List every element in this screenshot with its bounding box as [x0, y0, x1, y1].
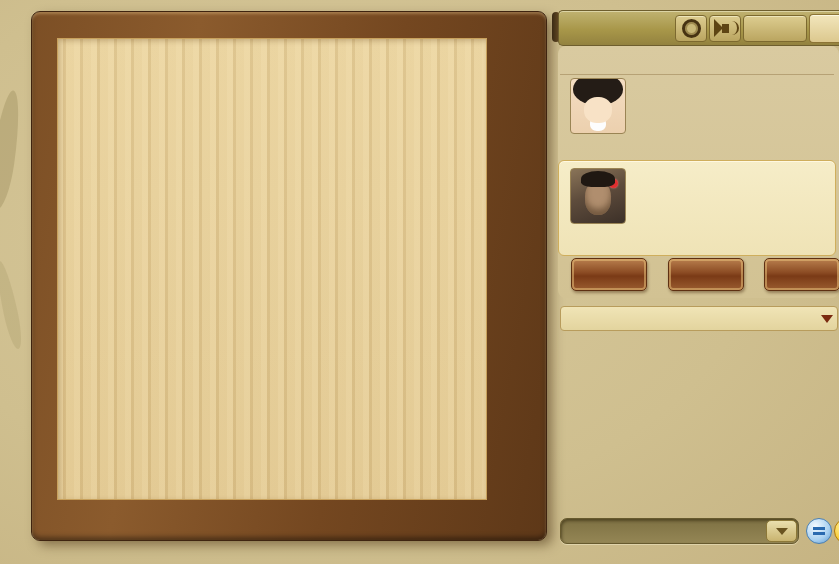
offer-draw-button[interactable]	[668, 258, 744, 291]
camera-icon	[682, 19, 701, 38]
bamboo-decoration	[0, 260, 25, 351]
chat-input-row	[560, 517, 839, 545]
time-rules-row	[566, 52, 834, 68]
camera-button[interactable]	[675, 15, 707, 42]
player2-clocks	[578, 228, 587, 259]
player2-avatar[interactable]	[570, 168, 626, 224]
chat-bubble-icon[interactable]	[806, 518, 832, 544]
xiangqi-board[interactable]	[32, 12, 546, 540]
bamboo-decoration	[0, 89, 24, 211]
sound-button[interactable]	[709, 15, 741, 42]
emoji-smiley-icon[interactable]	[834, 518, 839, 544]
toolbar	[558, 10, 839, 46]
chevron-down-icon	[776, 528, 788, 535]
board-cells	[42, 21, 499, 511]
chat-input[interactable]	[560, 518, 799, 544]
player1-avatar[interactable]	[570, 78, 626, 134]
side-panel	[552, 0, 839, 564]
undo-move-button[interactable]	[571, 258, 647, 291]
speaker-icon	[722, 24, 729, 33]
game-window	[0, 0, 839, 564]
divider	[560, 74, 834, 75]
resign-button[interactable]	[764, 258, 839, 291]
spectator-bar	[560, 306, 838, 331]
friends-list-button[interactable]	[743, 15, 807, 42]
chevron-down-icon[interactable]	[821, 315, 833, 323]
back-button[interactable]	[809, 14, 839, 43]
flower-icon	[609, 179, 618, 188]
quick-phrase-dropdown[interactable]	[766, 520, 797, 542]
